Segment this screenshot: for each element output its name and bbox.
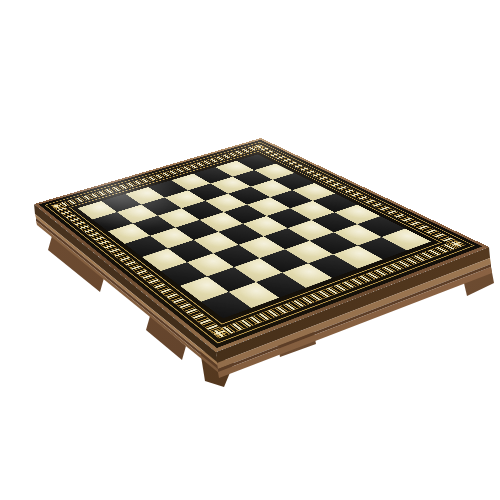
- product-photo-stage: [0, 0, 500, 500]
- chess-board-top: [34, 138, 489, 352]
